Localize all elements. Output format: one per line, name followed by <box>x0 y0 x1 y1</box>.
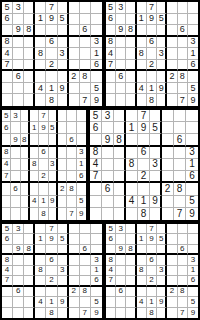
cell-r9c3 <box>24 94 35 106</box>
cell-r4c7 <box>58 147 67 159</box>
cell-r9c8: 7 <box>174 208 186 220</box>
cell-r4c7 <box>167 37 177 49</box>
cell-r5c3 <box>21 159 30 171</box>
cell-r8c9: 5 <box>91 297 102 307</box>
cell-r4c4 <box>126 147 138 159</box>
board-row-1: 537619598686348317266284195879 537619598… <box>0 0 200 108</box>
cell-r1c9 <box>77 110 86 122</box>
cell-r4c2 <box>116 255 126 265</box>
cell-r1c9 <box>188 2 198 14</box>
cell-r6c7 <box>167 60 177 72</box>
cell-r2c4: 1 <box>126 122 138 134</box>
cell-r6c3 <box>114 171 126 183</box>
cell-r2c6: 5 <box>157 14 167 26</box>
cell-r7c7: 2 <box>167 71 177 83</box>
cell-r6c4 <box>137 276 147 286</box>
cell-r1c3 <box>21 110 30 122</box>
sudoku-board-middle-left: 537619598686348317266284195879 <box>0 108 88 222</box>
cell-r8c1 <box>2 196 11 208</box>
cell-r3c2: 9 <box>116 25 126 37</box>
cell-r4c5: 6 <box>138 147 150 159</box>
cell-r5c2 <box>13 48 24 60</box>
cell-r2c8 <box>80 14 91 26</box>
cell-r1c1: 5 <box>2 110 11 122</box>
cell-r2c2 <box>116 14 126 26</box>
cell-r1c4 <box>35 2 46 14</box>
cell-r7c1 <box>2 71 13 83</box>
cell-r9c9: 9 <box>188 94 198 106</box>
cell-r2c6: 5 <box>49 122 58 134</box>
cell-r6c1: 7 <box>2 171 11 183</box>
cell-r7c2: 6 <box>13 287 24 297</box>
cell-r5c6: 3 <box>157 48 167 60</box>
cell-r6c2 <box>116 60 126 72</box>
cell-r8c9: 5 <box>91 83 102 95</box>
cell-r2c5: 9 <box>138 122 150 134</box>
cell-r7c2: 6 <box>116 71 126 83</box>
cell-r6c7 <box>167 276 177 286</box>
cell-r8c5: 1 <box>39 196 48 208</box>
cell-r7c5 <box>39 183 48 195</box>
cell-r5c3 <box>24 48 35 60</box>
cell-r2c3 <box>114 122 126 134</box>
cell-r7c4 <box>35 287 46 297</box>
cell-r6c7 <box>162 171 174 183</box>
cell-r1c2: 3 <box>116 224 126 234</box>
cell-r1c4 <box>137 2 147 14</box>
cell-r3c4 <box>35 25 46 37</box>
cell-r5c1: 4 <box>106 48 116 60</box>
cell-r7c1 <box>106 287 116 297</box>
cell-r6c6 <box>58 60 69 72</box>
cell-r1c7 <box>167 2 177 14</box>
cell-r4c4 <box>137 37 147 49</box>
cell-r9c3 <box>126 308 136 318</box>
cell-r7c8: 8 <box>178 287 188 297</box>
cell-r1c9 <box>188 224 198 234</box>
cell-r8c9: 5 <box>77 196 86 208</box>
cell-r4c8 <box>80 255 91 265</box>
cell-r4c6 <box>150 147 162 159</box>
cell-r1c3 <box>114 110 126 122</box>
cell-r9c9: 9 <box>77 208 86 220</box>
cell-r1c7 <box>58 110 67 122</box>
cell-r5c3 <box>114 159 126 171</box>
cell-r7c5 <box>138 183 150 195</box>
cell-r4c1: 8 <box>90 147 102 159</box>
board-row-2: 537619598686348317266284195879 537619598… <box>0 108 200 222</box>
cell-r8c7 <box>58 196 67 208</box>
cell-r9c5: 8 <box>46 308 57 318</box>
cell-r4c1: 8 <box>106 37 116 49</box>
cell-r8c6: 9 <box>58 297 69 307</box>
cell-r3c7 <box>69 245 80 255</box>
cell-r6c9: 6 <box>91 60 102 72</box>
cell-r7c1 <box>2 183 11 195</box>
cell-r6c9: 6 <box>188 276 198 286</box>
cell-r6c7 <box>58 171 67 183</box>
cell-r6c1: 7 <box>90 171 102 183</box>
cell-r4c1: 8 <box>2 255 13 265</box>
cell-r3c5 <box>147 245 157 255</box>
cell-r8c1 <box>2 83 13 95</box>
cell-r2c8 <box>67 122 76 134</box>
cell-r2c1: 6 <box>2 14 13 26</box>
cell-r4c4 <box>30 147 39 159</box>
cell-r3c6 <box>49 134 58 146</box>
cell-r6c3 <box>24 276 35 286</box>
cell-r6c9: 6 <box>77 171 86 183</box>
cell-r2c6: 5 <box>58 14 69 26</box>
cell-r1c5: 7 <box>46 224 57 234</box>
cell-r2c7 <box>167 14 177 26</box>
cell-r6c9: 6 <box>188 60 198 72</box>
cell-r7c9 <box>186 183 198 195</box>
cell-r3c3: 8 <box>24 25 35 37</box>
cell-r7c9 <box>188 71 198 83</box>
cell-r1c6 <box>157 224 167 234</box>
cell-r3c9 <box>77 134 86 146</box>
cell-r6c3 <box>126 60 136 72</box>
cell-r5c2 <box>13 266 24 276</box>
cell-r1c5: 7 <box>46 2 57 14</box>
cell-r2c6: 5 <box>157 234 167 244</box>
cell-r9c6 <box>157 308 167 318</box>
cell-r2c1: 6 <box>2 122 11 134</box>
cell-r7c8: 8 <box>80 287 91 297</box>
cell-r9c1 <box>2 308 13 318</box>
cell-r2c9 <box>188 14 198 26</box>
cell-r3c8: 6 <box>80 25 91 37</box>
cell-r8c5: 1 <box>147 83 157 95</box>
cell-r7c7: 2 <box>167 287 177 297</box>
cell-r1c6 <box>150 110 162 122</box>
cell-r5c8 <box>178 48 188 60</box>
cell-r7c5 <box>147 71 157 83</box>
cell-r3c3: 8 <box>21 134 30 146</box>
cell-r5c6: 3 <box>49 159 58 171</box>
cell-r5c2 <box>102 159 114 171</box>
cell-r7c6 <box>157 71 167 83</box>
cell-r9c1 <box>90 208 102 220</box>
cell-r3c5 <box>46 245 57 255</box>
cell-r9c5: 8 <box>147 308 157 318</box>
cell-r2c5: 9 <box>46 234 57 244</box>
cell-r5c6: 3 <box>157 266 167 276</box>
cell-r3c9 <box>186 134 198 146</box>
cell-r8c7 <box>167 83 177 95</box>
cell-r1c7 <box>162 110 174 122</box>
cell-r2c1: 6 <box>2 234 13 244</box>
cell-r1c4 <box>30 110 39 122</box>
cell-r6c9: 6 <box>91 276 102 286</box>
cell-r8c9: 5 <box>188 297 198 307</box>
cell-r2c7 <box>69 234 80 244</box>
cell-r2c9 <box>186 122 198 134</box>
cell-r7c3 <box>21 183 30 195</box>
cell-r4c5: 6 <box>46 255 57 265</box>
cell-r1c6 <box>157 2 167 14</box>
cell-r2c1: 6 <box>90 122 102 134</box>
cell-r4c9: 3 <box>186 147 198 159</box>
cell-r7c5 <box>46 71 57 83</box>
cell-r3c8: 6 <box>178 25 188 37</box>
cell-r9c4 <box>30 208 39 220</box>
cell-r6c2 <box>11 171 20 183</box>
cell-r8c1 <box>90 196 102 208</box>
cell-r6c1: 7 <box>106 60 116 72</box>
cell-r6c8 <box>80 60 91 72</box>
cell-r6c1: 7 <box>106 276 116 286</box>
cell-r7c1 <box>2 287 13 297</box>
cell-r6c5: 2 <box>39 171 48 183</box>
cell-r4c2 <box>11 147 20 159</box>
cell-r3c2: 9 <box>116 245 126 255</box>
cell-r4c8 <box>178 37 188 49</box>
cell-r1c8 <box>67 110 76 122</box>
cell-r8c5: 1 <box>138 196 150 208</box>
sudoku-sheet: 537619598686348317266284195879 537619598… <box>0 0 200 320</box>
cell-r4c1: 8 <box>106 255 116 265</box>
cell-r2c6: 5 <box>150 122 162 134</box>
cell-r8c1 <box>106 83 116 95</box>
cell-r9c4 <box>35 308 46 318</box>
cell-r2c1: 6 <box>106 234 116 244</box>
cell-r3c3: 8 <box>114 134 126 146</box>
cell-r5c4: 8 <box>35 266 46 276</box>
cell-r4c2 <box>116 37 126 49</box>
cell-r3c4 <box>126 134 138 146</box>
cell-r2c7 <box>69 14 80 26</box>
cell-r5c1: 4 <box>2 159 11 171</box>
cell-r1c8 <box>178 2 188 14</box>
cell-r2c7 <box>167 234 177 244</box>
cell-r7c8: 8 <box>80 71 91 83</box>
cell-r9c6 <box>150 208 162 220</box>
cell-r2c1: 6 <box>106 14 116 26</box>
cell-r6c5: 2 <box>147 276 157 286</box>
cell-r5c4: 8 <box>30 159 39 171</box>
cell-r3c7 <box>69 25 80 37</box>
cell-r3c3: 8 <box>24 245 35 255</box>
cell-r4c9: 3 <box>188 255 198 265</box>
cell-r2c2 <box>11 122 20 134</box>
cell-r9c2 <box>102 208 114 220</box>
cell-r4c6 <box>157 37 167 49</box>
cell-r7c2: 6 <box>116 287 126 297</box>
cell-r8c5: 1 <box>147 297 157 307</box>
cell-r8c2 <box>116 297 126 307</box>
cell-r9c7 <box>167 308 177 318</box>
cell-r7c2: 6 <box>11 183 20 195</box>
cell-r1c5: 7 <box>138 110 150 122</box>
cell-r2c9 <box>188 234 198 244</box>
cell-r3c6 <box>150 134 162 146</box>
cell-r6c3 <box>24 60 35 72</box>
cell-r6c6 <box>157 276 167 286</box>
cell-r5c9: 1 <box>188 48 198 60</box>
cell-r3c7 <box>162 134 174 146</box>
cell-r7c4 <box>30 183 39 195</box>
cell-r3c5 <box>39 134 48 146</box>
cell-r5c3 <box>126 48 136 60</box>
cell-r9c1 <box>2 208 11 220</box>
cell-r7c8: 8 <box>178 71 188 83</box>
cell-r8c2 <box>116 83 126 95</box>
cell-r1c5: 7 <box>147 224 157 234</box>
cell-r6c2 <box>102 171 114 183</box>
cell-r9c2 <box>116 94 126 106</box>
cell-r7c4 <box>35 71 46 83</box>
cell-r8c7 <box>69 297 80 307</box>
cell-r6c2 <box>13 60 24 72</box>
cell-r8c3 <box>126 83 136 95</box>
cell-r1c1: 5 <box>2 2 13 14</box>
cell-r4c3 <box>114 147 126 159</box>
cell-r6c6 <box>49 171 58 183</box>
cell-r6c3 <box>126 276 136 286</box>
cell-r3c7 <box>167 245 177 255</box>
cell-r6c4 <box>30 171 39 183</box>
cell-r5c6: 3 <box>150 159 162 171</box>
cell-r1c7 <box>69 2 80 14</box>
cell-r3c6 <box>157 245 167 255</box>
cell-r8c8 <box>178 83 188 95</box>
cell-r8c3 <box>114 196 126 208</box>
cell-r8c5: 1 <box>46 297 57 307</box>
cell-r3c9 <box>91 245 102 255</box>
cell-r9c7 <box>167 94 177 106</box>
cell-r2c4: 1 <box>35 234 46 244</box>
cell-r4c8 <box>178 255 188 265</box>
cell-r9c5: 8 <box>138 208 150 220</box>
cell-r1c4 <box>35 224 46 234</box>
cell-r9c2 <box>13 94 24 106</box>
cell-r2c2 <box>102 122 114 134</box>
cell-r1c2: 3 <box>13 224 24 234</box>
cell-r7c3 <box>126 71 136 83</box>
cell-r9c3 <box>21 208 30 220</box>
cell-r6c7 <box>69 60 80 72</box>
cell-r9c3 <box>24 308 35 318</box>
cell-r2c5: 9 <box>39 122 48 134</box>
cell-r6c4 <box>35 60 46 72</box>
cell-r5c5 <box>39 159 48 171</box>
cell-r2c7 <box>162 122 174 134</box>
cell-r5c8 <box>178 266 188 276</box>
cell-r8c2 <box>102 196 114 208</box>
cell-r5c7 <box>167 266 177 276</box>
cell-r1c1: 5 <box>106 224 116 234</box>
board-row-3: 537619598686348317266284195879 537619598… <box>0 222 200 320</box>
cell-r5c9: 1 <box>91 48 102 60</box>
cell-r9c8: 7 <box>80 308 91 318</box>
cell-r9c9: 9 <box>91 94 102 106</box>
cell-r9c2 <box>13 308 24 318</box>
cell-r8c8 <box>67 196 76 208</box>
cell-r4c2 <box>13 37 24 49</box>
cell-r6c6 <box>58 276 69 286</box>
cell-r6c4 <box>126 171 138 183</box>
cell-r4c3 <box>126 255 136 265</box>
cell-r6c5: 2 <box>147 60 157 72</box>
cell-r7c5 <box>46 287 57 297</box>
cell-r8c6: 9 <box>58 83 69 95</box>
cell-r5c4: 8 <box>126 159 138 171</box>
cell-r4c1: 8 <box>2 147 11 159</box>
cell-r9c4 <box>35 94 46 106</box>
cell-r3c2: 9 <box>13 25 24 37</box>
cell-r5c7 <box>58 159 67 171</box>
cell-r3c9 <box>188 25 198 37</box>
cell-r6c4 <box>35 276 46 286</box>
cell-r2c4: 1 <box>30 122 39 134</box>
cell-r5c8 <box>67 159 76 171</box>
cell-r2c4: 1 <box>137 14 147 26</box>
cell-r3c8: 6 <box>67 134 76 146</box>
cell-r1c8 <box>174 110 186 122</box>
cell-r6c8 <box>178 60 188 72</box>
cell-r8c9: 5 <box>186 196 198 208</box>
cell-r3c5 <box>46 25 57 37</box>
cell-r9c6 <box>58 308 69 318</box>
cell-r7c2: 6 <box>13 71 24 83</box>
cell-r1c3 <box>24 224 35 234</box>
cell-r9c4 <box>137 308 147 318</box>
cell-r1c1: 5 <box>90 110 102 122</box>
cell-r7c3 <box>126 287 136 297</box>
cell-r8c3 <box>24 83 35 95</box>
cell-r8c8 <box>174 196 186 208</box>
cell-r5c2 <box>11 159 20 171</box>
cell-r9c9: 9 <box>91 308 102 318</box>
cell-r4c5: 6 <box>46 37 57 49</box>
cell-r6c6 <box>150 171 162 183</box>
cell-r4c2 <box>13 255 24 265</box>
cell-r6c2 <box>13 276 24 286</box>
cell-r3c2: 9 <box>13 245 24 255</box>
cell-r7c1 <box>106 71 116 83</box>
cell-r5c9: 1 <box>77 159 86 171</box>
cell-r5c5 <box>147 48 157 60</box>
cell-r3c1 <box>2 245 13 255</box>
cell-r8c1 <box>106 297 116 307</box>
cell-r4c3 <box>24 37 35 49</box>
cell-r5c1: 4 <box>2 48 13 60</box>
cell-r4c8 <box>80 37 91 49</box>
cell-r8c5: 1 <box>46 83 57 95</box>
cell-r4c6 <box>49 147 58 159</box>
cell-r4c3 <box>21 147 30 159</box>
cell-r9c7 <box>162 208 174 220</box>
cell-r3c2: 9 <box>102 134 114 146</box>
cell-r8c7 <box>167 297 177 307</box>
cell-r4c7 <box>69 37 80 49</box>
cell-r1c4 <box>126 110 138 122</box>
cell-r6c3 <box>21 171 30 183</box>
cell-r9c8: 7 <box>178 308 188 318</box>
cell-r8c2 <box>11 196 20 208</box>
cell-r7c8: 8 <box>174 183 186 195</box>
cell-r8c4: 4 <box>35 297 46 307</box>
cell-r9c9: 9 <box>186 208 198 220</box>
cell-r9c4 <box>137 94 147 106</box>
cell-r9c4 <box>126 208 138 220</box>
cell-r9c2 <box>11 208 20 220</box>
cell-r5c6: 3 <box>58 48 69 60</box>
cell-r6c6 <box>157 60 167 72</box>
cell-r4c7 <box>69 255 80 265</box>
